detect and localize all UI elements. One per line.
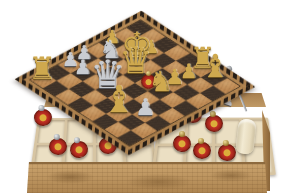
chess-piece-gold-bishop-h2: ♝ — [201, 50, 230, 82]
upside-down-red-piece-e4 — [141, 74, 156, 89]
chess-piece-gold-pawn-f8: ♟ — [104, 28, 120, 46]
chess-piece-gold-rook-a8: ♜ — [28, 53, 56, 84]
red-piece-finial — [146, 71, 151, 76]
chess-piece-gold-pawn-g3: ♟ — [180, 61, 198, 81]
chess-piece-gold-rook-h3: ♜ — [190, 44, 216, 73]
chess-piece-silver-pawn-c7: ♟ — [74, 57, 92, 77]
chess-piece-silver-knight-e7: ♞ — [99, 37, 121, 62]
pieces-layer: ♟♟♟♞♚♟♜♟♛♟♝♜♟♛♞♝♟ — [0, 0, 290, 193]
chess-set-photo: ♟ ♟♟♟♞♚♟♜♟♛♟♝♜♟♛♞♝♟ — [0, 0, 290, 193]
chess-piece-gold-king-f6: ♚ — [121, 28, 152, 63]
chess-piece-gold-pawn-f3: ♟ — [165, 67, 184, 88]
chess-piece-gold-pawn-g6: ♟ — [143, 38, 159, 56]
chess-piece-silver-queen-c5: ♛ — [90, 55, 125, 94]
chess-piece-silver-pawn-c8: ♟ — [62, 50, 79, 69]
chess-piece-silver-pawn-c2: ♟ — [135, 96, 156, 119]
chess-piece-silver-pawn-d8: ♟ — [76, 43, 93, 62]
chess-piece-gold-bishop-b3: ♝ — [102, 81, 135, 118]
